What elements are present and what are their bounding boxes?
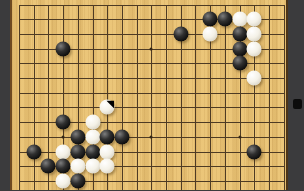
black-stone-15-2[interactable]	[217, 12, 232, 27]
black-stone-7-10[interactable]	[100, 129, 115, 144]
white-stone-5-12[interactable]	[70, 159, 85, 174]
white-stone-6-10[interactable]	[85, 129, 100, 144]
star-point	[150, 47, 153, 50]
grid-line-horizontal	[19, 78, 284, 79]
black-stone-4-4[interactable]	[56, 41, 71, 56]
white-stone-16-2[interactable]	[232, 12, 247, 27]
black-stone-14-2[interactable]	[203, 12, 218, 27]
star-point	[238, 135, 241, 138]
grid-line-horizontal	[19, 93, 284, 94]
grid-line-vertical	[19, 5, 20, 191]
grid-line-vertical	[122, 5, 123, 191]
last-move-triangle-icon	[106, 100, 114, 108]
white-stone-4-13[interactable]	[56, 173, 71, 188]
white-stone-14-3[interactable]	[203, 26, 218, 41]
grid-line-vertical	[166, 5, 167, 191]
white-stone-7-12[interactable]	[100, 159, 115, 174]
grid-line-horizontal	[19, 107, 284, 108]
grid-line-vertical	[269, 5, 270, 191]
white-stone-4-11[interactable]	[56, 144, 71, 159]
white-stone-17-3[interactable]	[247, 26, 262, 41]
black-stone-6-11[interactable]	[85, 144, 100, 159]
grid-line-vertical	[225, 5, 226, 191]
grid-line-vertical	[284, 5, 285, 191]
black-stone-4-9[interactable]	[56, 115, 71, 130]
white-stone-7-8[interactable]	[100, 100, 115, 115]
side-panel-handle[interactable]	[293, 99, 302, 109]
black-stone-3-12[interactable]	[41, 159, 56, 174]
white-stone-7-11[interactable]	[100, 144, 115, 159]
black-stone-8-10[interactable]	[114, 129, 129, 144]
grid-line-vertical	[34, 5, 35, 191]
star-point	[150, 135, 153, 138]
black-stone-5-10[interactable]	[70, 129, 85, 144]
black-stone-16-4[interactable]	[232, 41, 247, 56]
white-stone-6-12[interactable]	[85, 159, 100, 174]
go-board[interactable]	[10, 0, 288, 190]
grid-line-vertical	[137, 5, 138, 191]
star-point	[62, 135, 65, 138]
grid-line-horizontal	[19, 5, 284, 6]
black-stone-2-11[interactable]	[26, 144, 41, 159]
white-stone-17-4[interactable]	[247, 41, 262, 56]
white-stone-17-6[interactable]	[247, 71, 262, 86]
white-stone-6-9[interactable]	[85, 115, 100, 130]
white-stone-17-2[interactable]	[247, 12, 262, 27]
black-stone-12-3[interactable]	[173, 26, 188, 41]
app-background	[0, 0, 304, 190]
black-stone-5-13[interactable]	[70, 173, 85, 188]
black-stone-17-11[interactable]	[247, 144, 262, 159]
grid-line-vertical	[195, 5, 196, 191]
black-stone-5-11[interactable]	[70, 144, 85, 159]
black-stone-16-3[interactable]	[232, 26, 247, 41]
black-stone-16-5[interactable]	[232, 56, 247, 71]
black-stone-4-12[interactable]	[56, 159, 71, 174]
grid-line-vertical	[151, 5, 152, 191]
